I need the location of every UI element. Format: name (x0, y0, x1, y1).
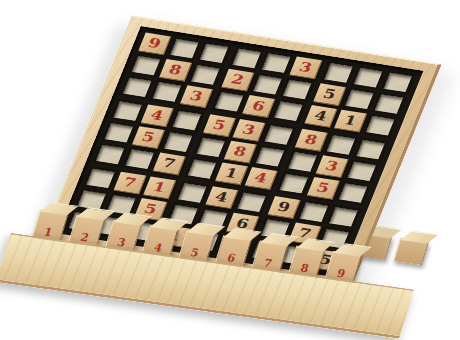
tile-4-r7c5[interactable]: 4 (205, 186, 238, 209)
cell-r1c3[interactable] (196, 41, 232, 66)
empty-recess (188, 159, 216, 178)
empty-recess (375, 94, 403, 113)
scene: 98332654145753814835715461975 123456789 (0, 0, 460, 340)
empty-recess (348, 162, 376, 181)
tile-8-r2c2[interactable]: 8 (159, 59, 192, 82)
cell-r1c9[interactable] (380, 70, 416, 95)
tile-7-r7c2[interactable]: 7 (113, 172, 146, 195)
tile-5-r4c4[interactable]: 5 (203, 114, 236, 137)
cell-r2c9[interactable] (371, 92, 407, 117)
empty-recess (233, 49, 261, 68)
tile-3-r5c8[interactable]: 3 (316, 155, 349, 178)
empty-recess (262, 53, 290, 72)
empty-recess (339, 183, 367, 202)
empty-recess (153, 82, 181, 101)
empty-recess (164, 133, 192, 152)
empty-recess (283, 80, 311, 99)
empty-recess (215, 92, 243, 111)
tile-5-r2c7[interactable]: 5 (313, 83, 346, 106)
cell-r2c3[interactable] (187, 63, 223, 88)
empty-recess (178, 183, 206, 202)
cell-r6c6[interactable]: 4 (243, 166, 279, 191)
empty-recess (300, 203, 328, 222)
empty-recess (191, 65, 219, 84)
box-3: 541 (303, 61, 416, 138)
tile-3-r1c6[interactable]: 3 (289, 56, 322, 79)
tile-4-r4c2[interactable]: 4 (141, 104, 174, 127)
cell-r7c3[interactable]: 1 (142, 176, 178, 201)
tile-8-r5c5[interactable]: 8 (224, 141, 257, 164)
tile-5-r6c8[interactable]: 5 (307, 177, 340, 200)
empty-recess (327, 135, 355, 154)
empty-recess (366, 116, 394, 135)
empty-recess (126, 150, 154, 169)
cell-r6c3[interactable]: 7 (151, 152, 187, 177)
tile-8-r4c7[interactable]: 8 (295, 129, 328, 152)
cell-r5c6[interactable] (252, 144, 288, 169)
tile-9-r1c1[interactable]: 9 (138, 32, 171, 55)
box-6: 835 (276, 128, 389, 205)
cell-r3c6[interactable] (270, 99, 306, 124)
empty-recess (356, 140, 384, 159)
tile-4-r3c7[interactable]: 4 (304, 105, 337, 128)
empty-recess (173, 111, 201, 130)
empty-recess (237, 193, 265, 212)
tile-1-r7c3[interactable]: 1 (143, 176, 176, 199)
empty-recess (96, 145, 124, 164)
empty-recess (170, 39, 198, 58)
empty-recess (86, 169, 114, 188)
empty-recess (256, 147, 284, 166)
cell-r1c6[interactable]: 3 (288, 56, 324, 81)
empty-recess (105, 123, 133, 142)
empty-recess (288, 152, 316, 171)
tile-7-r6c3[interactable]: 7 (153, 153, 186, 176)
empty-recess (274, 102, 302, 121)
cell-r4c9[interactable] (353, 137, 389, 162)
tile-1-r3c8[interactable]: 1 (334, 110, 367, 133)
empty-recess (132, 56, 160, 75)
empty-recess (324, 63, 352, 82)
cell-r4c3[interactable] (169, 108, 205, 133)
tile-2-r2c4[interactable]: 2 (221, 69, 254, 92)
tile-5-r5c2[interactable]: 5 (132, 126, 165, 149)
empty-recess (197, 138, 225, 157)
empty-recess (200, 44, 228, 63)
cell-r7c6[interactable] (234, 190, 270, 215)
empty-recess (114, 102, 142, 121)
empty-recess (329, 207, 357, 226)
tile-9-r7c7[interactable]: 9 (267, 196, 300, 219)
tile-6-r3c5[interactable]: 6 (242, 95, 275, 118)
cell-r3c3[interactable]: 3 (179, 84, 215, 109)
empty-recess (384, 73, 412, 92)
empty-recess (253, 75, 281, 94)
tile-3-r4c5[interactable]: 3 (232, 119, 265, 142)
empty-recess (280, 174, 308, 193)
cell-r5c3[interactable] (160, 130, 196, 155)
tile-3-r3c3[interactable]: 3 (180, 85, 213, 108)
empty-recess (354, 68, 382, 87)
cell-r2c6[interactable] (279, 77, 315, 102)
cell-r7c9[interactable] (325, 205, 361, 230)
cell-r3c9[interactable] (362, 113, 398, 138)
empty-recess (265, 125, 293, 144)
cell-r6c9[interactable] (335, 181, 371, 206)
cell-r4c6[interactable] (261, 123, 297, 148)
empty-recess (123, 78, 151, 97)
empty-recess (345, 90, 373, 109)
cell-r5c9[interactable] (344, 159, 380, 184)
tile-1-r6c5[interactable]: 1 (215, 162, 248, 185)
tile-4-r6c6[interactable]: 4 (245, 167, 278, 190)
